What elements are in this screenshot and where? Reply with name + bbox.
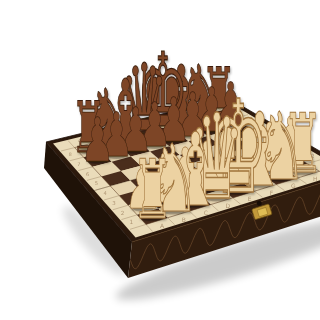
piece-black-pawn[interactable]: ♟ bbox=[81, 105, 115, 176]
chess-board-3d-view: AABBCCDDEEFFGGHH8877665544332211♜♞♟♝♟♚♟♛… bbox=[40, 16, 320, 320]
chess-product-photo: AABBCCDDEEFFGGHH8877665544332211♜♞♟♝♟♚♟♛… bbox=[40, 16, 320, 320]
piece-white-rook[interactable]: ♜ bbox=[132, 142, 172, 237]
coordinate-label: 3 bbox=[112, 200, 116, 206]
coordinate-label: 5 bbox=[95, 180, 98, 186]
coordinate-label: 2 bbox=[121, 210, 125, 216]
